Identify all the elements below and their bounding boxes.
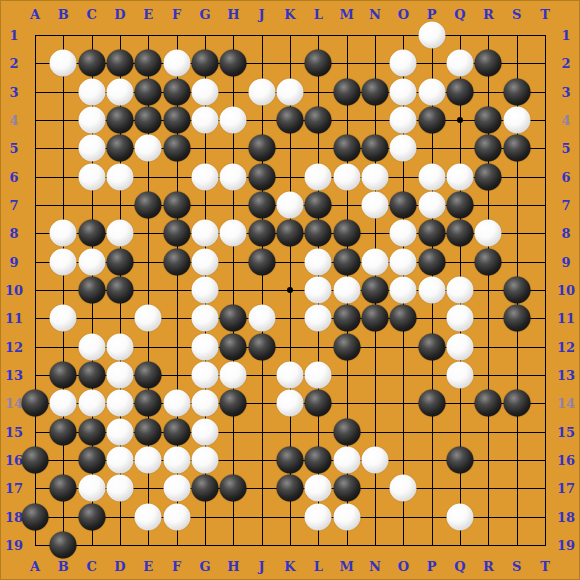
white-stone [78,135,105,162]
white-stone [135,135,162,162]
row-label-left: 13 [5,368,23,381]
black-stone [333,333,360,360]
white-stone [106,418,133,445]
row-label-right: 7 [561,198,570,211]
column-label-bottom: F [172,560,181,573]
row-label-left: 6 [9,170,18,183]
black-stone [276,220,303,247]
black-stone [305,446,332,473]
white-stone [191,78,218,105]
black-stone [163,135,190,162]
column-label-top: B [58,8,69,21]
row-label-left: 11 [5,312,23,325]
white-stone [191,305,218,332]
white-stone [106,475,133,502]
column-label-bottom: K [284,560,295,573]
row-label-right: 11 [557,312,575,325]
black-stone [248,248,275,275]
column-label-bottom: N [369,560,381,573]
black-stone [22,503,49,530]
white-stone [191,248,218,275]
black-stone [475,50,502,77]
white-stone [446,503,473,530]
column-label-bottom: M [339,560,353,573]
white-stone [248,305,275,332]
black-stone [333,418,360,445]
black-stone [135,50,162,77]
row-label-right: 12 [557,340,575,353]
grid-line-vertical [545,35,546,546]
white-stone [475,220,502,247]
white-stone [390,78,417,105]
black-stone [276,106,303,133]
black-stone [248,333,275,360]
column-label-top: T [540,8,550,21]
black-stone [361,135,388,162]
white-stone [276,78,303,105]
white-stone [390,135,417,162]
column-label-top: K [284,8,295,21]
black-stone [418,248,445,275]
black-stone [248,220,275,247]
row-label-left: 4 [9,113,18,126]
black-stone [135,106,162,133]
black-stone [220,50,247,77]
white-stone [305,503,332,530]
black-stone [163,78,190,105]
black-stone [446,78,473,105]
white-stone [305,305,332,332]
row-label-right: 8 [561,227,570,240]
black-stone [503,276,530,303]
row-label-left: 8 [9,227,18,240]
column-label-bottom: O [398,560,409,573]
column-label-top: L [314,8,323,21]
white-stone [135,503,162,530]
black-stone [163,248,190,275]
white-stone [78,78,105,105]
row-label-left: 14 [5,397,23,410]
white-stone [361,163,388,190]
black-stone [135,191,162,218]
column-label-bottom: H [227,560,239,573]
black-stone [446,220,473,247]
black-stone [276,475,303,502]
white-stone [191,361,218,388]
black-stone [475,163,502,190]
white-stone [333,446,360,473]
black-stone [220,475,247,502]
black-stone [333,220,360,247]
row-label-left: 2 [9,57,18,70]
black-stone [135,418,162,445]
row-label-right: 10 [557,283,575,296]
grid-line-horizontal [35,545,546,546]
column-label-top: S [512,8,521,21]
white-stone [78,390,105,417]
black-stone [475,248,502,275]
column-label-top: E [143,8,153,21]
white-stone [361,446,388,473]
white-stone [191,276,218,303]
row-label-right: 4 [561,113,570,126]
column-label-top: J [259,8,265,21]
white-stone [191,418,218,445]
white-stone [390,50,417,77]
column-label-top: N [369,8,381,21]
black-stone [78,220,105,247]
white-stone [163,390,190,417]
black-stone [305,390,332,417]
white-stone [305,248,332,275]
row-label-left: 3 [9,85,18,98]
black-stone [50,361,77,388]
column-label-top: Q [454,8,465,21]
white-stone [418,276,445,303]
black-stone [305,106,332,133]
row-label-right: 14 [557,397,575,410]
row-label-left: 12 [5,340,23,353]
white-stone [390,475,417,502]
white-stone [418,191,445,218]
column-label-top: M [339,8,353,21]
white-stone [163,475,190,502]
white-stone [333,163,360,190]
black-stone [191,50,218,77]
white-stone [418,22,445,49]
black-stone [361,305,388,332]
white-stone [446,333,473,360]
column-label-bottom: A [30,560,40,573]
black-stone [475,106,502,133]
white-stone [50,305,77,332]
column-label-bottom: B [58,560,69,573]
black-stone [418,333,445,360]
black-stone [418,390,445,417]
row-label-right: 15 [557,425,575,438]
white-stone [446,361,473,388]
row-label-left: 5 [9,142,18,155]
column-label-bottom: P [427,560,437,573]
white-stone [191,333,218,360]
black-stone [333,135,360,162]
column-label-top: H [227,8,239,21]
white-stone [191,390,218,417]
black-stone [220,333,247,360]
white-stone [220,106,247,133]
white-stone [446,305,473,332]
black-stone [78,418,105,445]
white-stone [106,361,133,388]
white-stone [50,390,77,417]
black-stone [163,106,190,133]
black-stone [446,446,473,473]
row-label-left: 7 [9,198,18,211]
black-stone [220,390,247,417]
white-stone [78,475,105,502]
row-label-left: 1 [9,29,18,42]
white-stone [333,276,360,303]
black-stone [390,305,417,332]
column-label-top: F [172,8,181,21]
white-stone [220,220,247,247]
white-stone [191,220,218,247]
black-stone [475,135,502,162]
white-stone [390,248,417,275]
row-label-left: 15 [5,425,23,438]
white-stone [305,163,332,190]
black-stone [22,446,49,473]
black-stone [248,191,275,218]
star-point [287,287,293,293]
black-stone [333,305,360,332]
row-label-left: 10 [5,283,23,296]
black-stone [106,276,133,303]
row-label-right: 16 [557,453,575,466]
white-stone [106,78,133,105]
white-stone [276,191,303,218]
row-label-right: 5 [561,142,570,155]
black-stone [305,220,332,247]
column-label-top: O [398,8,409,21]
black-stone [50,475,77,502]
column-label-bottom: L [314,560,323,573]
row-label-left: 18 [5,510,23,523]
white-stone [390,276,417,303]
column-label-top: R [483,8,494,21]
black-stone [333,475,360,502]
column-label-bottom: Q [454,560,465,573]
row-label-right: 3 [561,85,570,98]
black-stone [276,446,303,473]
column-label-bottom: S [512,560,521,573]
row-label-right: 13 [557,368,575,381]
white-stone [135,446,162,473]
black-stone [163,191,190,218]
black-stone [135,78,162,105]
white-stone [305,276,332,303]
black-stone [446,191,473,218]
white-stone [135,305,162,332]
column-label-top: G [199,8,210,21]
black-stone [135,390,162,417]
row-label-right: 18 [557,510,575,523]
white-stone [50,248,77,275]
column-label-top: C [86,8,96,21]
white-stone [106,390,133,417]
white-stone [276,390,303,417]
black-stone [305,191,332,218]
black-stone [50,418,77,445]
row-label-right: 1 [561,29,570,42]
black-stone [163,220,190,247]
white-stone [220,163,247,190]
row-label-right: 19 [557,538,575,551]
column-label-bottom: C [86,560,96,573]
white-stone [106,163,133,190]
white-stone [50,50,77,77]
row-label-right: 2 [561,57,570,70]
white-stone [446,50,473,77]
white-stone [333,503,360,530]
white-stone [191,106,218,133]
black-stone [78,361,105,388]
white-stone [163,503,190,530]
white-stone [163,446,190,473]
column-label-top: P [427,8,437,21]
column-label-bottom: D [114,560,125,573]
black-stone [106,106,133,133]
black-stone [333,78,360,105]
white-stone [361,248,388,275]
black-stone [503,135,530,162]
black-stone [390,191,417,218]
black-stone [191,475,218,502]
black-stone [361,78,388,105]
black-stone [333,248,360,275]
white-stone [106,333,133,360]
white-stone [220,361,247,388]
go-board[interactable]: AABBCCDDEEFFGGHHJJKKLLMMNNOOPPQQRRSSTT11… [0,0,580,580]
black-stone [106,50,133,77]
black-stone [361,276,388,303]
white-stone [446,163,473,190]
row-label-left: 9 [9,255,18,268]
white-stone [78,106,105,133]
white-stone [191,163,218,190]
black-stone [135,361,162,388]
column-label-bottom: G [199,560,210,573]
white-stone [361,191,388,218]
white-stone [390,106,417,133]
row-label-right: 17 [557,482,575,495]
column-label-bottom: E [143,560,153,573]
white-stone [276,361,303,388]
black-stone [418,220,445,247]
black-stone [305,50,332,77]
white-stone [163,50,190,77]
column-label-top: A [30,8,40,21]
black-stone [220,305,247,332]
white-stone [78,248,105,275]
black-stone [503,78,530,105]
black-stone [78,503,105,530]
row-label-right: 9 [561,255,570,268]
white-stone [418,78,445,105]
white-stone [78,163,105,190]
white-stone [418,163,445,190]
white-stone [503,106,530,133]
black-stone [248,135,275,162]
white-stone [390,220,417,247]
white-stone [305,475,332,502]
black-stone [50,531,77,558]
black-stone [248,163,275,190]
column-label-bottom: R [483,560,494,573]
white-stone [50,220,77,247]
white-stone [305,361,332,388]
row-label-left: 17 [5,482,23,495]
black-stone [503,390,530,417]
black-stone [106,248,133,275]
column-label-top: D [114,8,125,21]
row-label-left: 16 [5,453,23,466]
black-stone [163,418,190,445]
black-stone [106,135,133,162]
row-label-right: 6 [561,170,570,183]
white-stone [446,276,473,303]
black-stone [475,390,502,417]
black-stone [78,276,105,303]
white-stone [248,78,275,105]
black-stone [418,106,445,133]
column-label-bottom: J [259,560,265,573]
black-stone [78,50,105,77]
black-stone [78,446,105,473]
black-stone [22,390,49,417]
row-label-left: 19 [5,538,23,551]
white-stone [106,446,133,473]
white-stone [78,333,105,360]
white-stone [191,446,218,473]
black-stone [503,305,530,332]
column-label-bottom: T [540,560,550,573]
star-point [457,117,463,123]
white-stone [106,220,133,247]
